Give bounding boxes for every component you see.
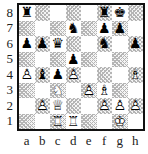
square-f5[interactable] — [97, 52, 113, 68]
rank-label-3: 3 — [0, 83, 17, 99]
square-e2[interactable] — [81, 98, 97, 114]
square-d5[interactable]: ♟ — [66, 52, 82, 68]
square-g1[interactable]: ♚♔ — [112, 114, 128, 130]
black-pawn[interactable]: ♟ — [97, 21, 113, 37]
square-d6[interactable] — [66, 36, 82, 52]
square-c3[interactable]: ♞♘ — [50, 83, 66, 99]
file-label-d: d — [66, 133, 82, 153]
square-h4[interactable]: ♝♗ — [128, 67, 144, 83]
square-b4[interactable]: ♝ — [35, 67, 51, 83]
square-e1[interactable] — [81, 114, 97, 130]
square-b2[interactable]: ♟♙ — [35, 98, 51, 114]
square-c8[interactable] — [50, 5, 66, 21]
chess-diagram: 8 7 6 5 4 3 2 1 ♜♜♚♞♟♟♟♟♛♞♟♟♟♙♝♟♟♙♝♗♞♘♟♙… — [0, 0, 148, 153]
square-b6[interactable]: ♟ — [35, 36, 51, 52]
file-labels: a b c d e f g h — [17, 133, 145, 153]
square-f8[interactable]: ♜ — [97, 5, 113, 21]
black-king[interactable]: ♚ — [112, 5, 128, 21]
square-b5[interactable] — [35, 52, 51, 68]
square-b1[interactable] — [35, 114, 51, 130]
rank-label-1: 1 — [0, 114, 17, 130]
square-f2[interactable]: ♟♙ — [97, 98, 113, 114]
piece-outline: ♔ — [112, 114, 128, 130]
black-knight[interactable]: ♞ — [97, 36, 113, 52]
piece-outline: ♖ — [66, 114, 82, 130]
chess-board: ♜♜♚♞♟♟♟♟♛♞♟♟♟♙♝♟♟♙♝♗♞♘♟♙♝♗♟♙♛♕♟♙♟♙♟♙♜♖♜♖… — [17, 3, 145, 131]
square-f7[interactable]: ♟ — [97, 21, 113, 37]
square-a5[interactable] — [19, 52, 35, 68]
square-d2[interactable] — [66, 98, 82, 114]
square-f6[interactable]: ♞ — [97, 36, 113, 52]
square-d7[interactable]: ♞ — [66, 21, 82, 37]
square-g3[interactable] — [112, 83, 128, 99]
square-c4[interactable]: ♟ — [50, 67, 66, 83]
white-rook[interactable]: ♜♖ — [50, 114, 66, 130]
square-a7[interactable] — [19, 21, 35, 37]
square-f3[interactable]: ♝♗ — [97, 83, 113, 99]
square-h6[interactable]: ♟ — [128, 36, 144, 52]
black-pawn[interactable]: ♟ — [128, 36, 144, 52]
file-label-e: e — [81, 133, 97, 153]
square-e4[interactable] — [81, 67, 97, 83]
file-label-h: h — [128, 133, 144, 153]
file-label-a: a — [19, 133, 35, 153]
square-g6[interactable] — [112, 36, 128, 52]
file-label-g: g — [112, 133, 128, 153]
square-e6[interactable] — [81, 36, 97, 52]
piece-outline: ♗ — [97, 83, 113, 99]
file-label-b: b — [35, 133, 51, 153]
piece-outline: ♙ — [66, 67, 82, 83]
square-f4[interactable] — [97, 67, 113, 83]
piece-outline: ♙ — [112, 98, 128, 114]
square-h8[interactable] — [128, 5, 144, 21]
black-rook[interactable]: ♜ — [97, 5, 113, 21]
square-g5[interactable] — [112, 52, 128, 68]
white-pawn[interactable]: ♟♙ — [112, 98, 128, 114]
piece-outline: ♕ — [50, 98, 66, 114]
square-h2[interactable]: ♟♙ — [128, 98, 144, 114]
white-bishop[interactable]: ♝♗ — [97, 83, 113, 99]
square-b3[interactable] — [35, 83, 51, 99]
black-pawn[interactable]: ♟ — [66, 52, 82, 68]
black-pawn[interactable]: ♟ — [35, 36, 51, 52]
square-a8[interactable]: ♜ — [19, 5, 35, 21]
square-a4[interactable]: ♟♙ — [19, 67, 35, 83]
piece-outline: ♘ — [50, 83, 66, 99]
square-d4[interactable]: ♟♙ — [66, 67, 82, 83]
rank-labels: 8 7 6 5 4 3 2 1 — [0, 3, 17, 131]
black-queen[interactable]: ♛ — [50, 36, 66, 52]
square-c2[interactable]: ♛♕ — [50, 98, 66, 114]
square-f1[interactable] — [97, 114, 113, 130]
square-b7[interactable] — [35, 21, 51, 37]
rank-label-6: 6 — [0, 36, 17, 52]
black-pawn[interactable]: ♟ — [112, 21, 128, 37]
square-e5[interactable] — [81, 52, 97, 68]
white-pawn[interactable]: ♟♙ — [66, 67, 82, 83]
white-pawn[interactable]: ♟♙ — [81, 83, 97, 99]
square-a6[interactable]: ♟ — [19, 36, 35, 52]
piece-outline: ♙ — [128, 98, 144, 114]
white-rook[interactable]: ♜♖ — [66, 114, 82, 130]
square-c1[interactable]: ♜♖ — [50, 114, 66, 130]
rank-label-7: 7 — [0, 21, 17, 37]
square-g7[interactable]: ♟ — [112, 21, 128, 37]
rank-label-5: 5 — [0, 52, 17, 68]
square-c6[interactable]: ♛ — [50, 36, 66, 52]
square-d3[interactable] — [66, 83, 82, 99]
white-pawn[interactable]: ♟♙ — [19, 67, 35, 83]
square-g2[interactable]: ♟♙ — [112, 98, 128, 114]
square-a2[interactable] — [19, 98, 35, 114]
rank-label-2: 2 — [0, 98, 17, 114]
file-label-f: f — [97, 133, 113, 153]
square-h1[interactable] — [128, 114, 144, 130]
white-king[interactable]: ♚♔ — [112, 114, 128, 130]
square-e7[interactable] — [81, 21, 97, 37]
rank-label-8: 8 — [0, 5, 17, 21]
square-d8[interactable] — [66, 5, 82, 21]
piece-outline: ♙ — [19, 67, 35, 83]
square-d1[interactable]: ♜♖ — [66, 114, 82, 130]
square-e3[interactable]: ♟♙ — [81, 83, 97, 99]
white-pawn[interactable]: ♟♙ — [97, 98, 113, 114]
square-g4[interactable] — [112, 67, 128, 83]
white-pawn[interactable]: ♟♙ — [128, 98, 144, 114]
square-h5[interactable] — [128, 52, 144, 68]
black-pawn[interactable]: ♟ — [50, 67, 66, 83]
piece-outline: ♙ — [35, 98, 51, 114]
piece-outline: ♙ — [97, 98, 113, 114]
black-bishop[interactable]: ♝ — [35, 67, 51, 83]
black-knight[interactable]: ♞ — [66, 21, 82, 37]
square-a1[interactable] — [19, 114, 35, 130]
square-h3[interactable] — [128, 83, 144, 99]
square-c7[interactable] — [50, 21, 66, 37]
piece-outline: ♖ — [50, 114, 66, 130]
square-c5[interactable] — [50, 52, 66, 68]
piece-outline: ♗ — [128, 67, 144, 83]
black-pawn[interactable]: ♟ — [19, 36, 35, 52]
piece-outline: ♙ — [81, 83, 97, 99]
square-e8[interactable] — [81, 5, 97, 21]
square-g8[interactable]: ♚ — [112, 5, 128, 21]
square-a3[interactable] — [19, 83, 35, 99]
rank-label-4: 4 — [0, 67, 17, 83]
square-b8[interactable] — [35, 5, 51, 21]
black-rook[interactable]: ♜ — [19, 5, 35, 21]
white-bishop[interactable]: ♝♗ — [128, 67, 144, 83]
square-h7[interactable] — [128, 21, 144, 37]
white-pawn[interactable]: ♟♙ — [35, 98, 51, 114]
file-label-c: c — [50, 133, 66, 153]
white-knight[interactable]: ♞♘ — [50, 83, 66, 99]
white-queen[interactable]: ♛♕ — [50, 98, 66, 114]
